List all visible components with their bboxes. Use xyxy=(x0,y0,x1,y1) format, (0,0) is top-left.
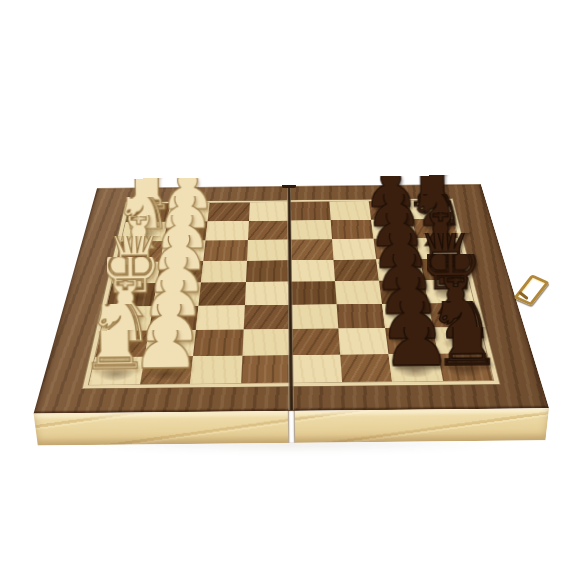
square-h3 xyxy=(190,355,242,383)
square-g7: ♟ xyxy=(385,327,437,353)
square-e3 xyxy=(199,282,246,305)
square-h8: ♜ xyxy=(437,353,493,381)
square-g3 xyxy=(193,329,243,355)
square-e8: ♚ xyxy=(424,280,474,303)
piece-base-shadow xyxy=(170,229,201,239)
square-e5 xyxy=(290,281,336,304)
square-h7: ♟ xyxy=(388,353,442,381)
square-c4 xyxy=(247,240,290,261)
piece-base-shadow xyxy=(393,337,430,350)
square-c2: ♟ xyxy=(160,241,205,262)
piece-base-shadow xyxy=(427,267,461,278)
piece-base-shadow xyxy=(446,363,485,377)
square-b1: ♞ xyxy=(122,222,167,242)
piece-base-shadow xyxy=(436,312,472,324)
square-e6 xyxy=(335,281,382,304)
square-c8: ♝ xyxy=(416,238,463,259)
piece-base-shadow xyxy=(416,207,447,216)
square-b4 xyxy=(248,220,290,240)
piece-base-shadow xyxy=(397,364,435,378)
square-g4 xyxy=(242,329,291,355)
square-a4 xyxy=(248,202,289,221)
square-g1: ♞ xyxy=(95,330,148,357)
square-e2: ♟ xyxy=(153,283,201,306)
square-d8: ♛ xyxy=(419,258,468,280)
square-f4 xyxy=(243,305,290,330)
piece-base-shadow xyxy=(167,248,199,258)
hinge-notch xyxy=(282,185,296,188)
square-d2: ♟ xyxy=(156,261,203,283)
square-b7: ♟ xyxy=(371,219,416,239)
square-g2: ♟ xyxy=(144,330,196,356)
square-g6 xyxy=(338,328,389,354)
square-f6 xyxy=(336,304,385,329)
square-f7: ♟ xyxy=(382,303,432,328)
square-b6 xyxy=(330,220,373,240)
piece-base-shadow xyxy=(114,292,149,303)
clasp-loop-icon xyxy=(513,274,549,306)
piece-base-shadow xyxy=(123,249,156,259)
square-a1: ♜ xyxy=(126,203,170,222)
square-c1: ♝ xyxy=(117,241,164,262)
brass-clasp xyxy=(514,268,550,312)
pine-box-side xyxy=(34,408,550,445)
square-d3 xyxy=(201,261,247,283)
square-h2: ♟ xyxy=(140,356,193,384)
square-h1: ♜ xyxy=(89,356,144,384)
square-a8: ♜ xyxy=(409,200,453,219)
piece-base-shadow xyxy=(423,246,456,256)
board-stage: ♜♟♟♜♞♟♟♞♝♟♟♝♛♟♟♛♚♟♟♚♝♟♟♝♞♟♟♞♜♟♟♜ xyxy=(70,62,510,502)
square-h5 xyxy=(291,354,342,382)
square-h4 xyxy=(241,355,291,383)
square-a3 xyxy=(208,203,250,222)
piece-base-shadow xyxy=(383,267,416,278)
square-e1: ♚ xyxy=(107,283,157,306)
square-f3 xyxy=(196,305,245,330)
square-d4 xyxy=(245,260,290,282)
square-a2: ♟ xyxy=(167,203,210,222)
piece-base-shadow xyxy=(432,289,467,300)
square-g8: ♞ xyxy=(432,327,486,353)
piece-base-shadow xyxy=(152,340,189,353)
piece-base-shadow xyxy=(390,312,426,324)
piece-base-shadow xyxy=(163,269,196,280)
square-b3 xyxy=(206,221,249,241)
square-a6 xyxy=(329,201,371,220)
piece-base-shadow xyxy=(108,315,144,327)
piece-base-shadow xyxy=(381,246,413,256)
piece-base-shadow xyxy=(375,208,406,217)
square-e4 xyxy=(244,282,290,305)
piece-base-shadow xyxy=(156,315,191,327)
square-f1: ♝ xyxy=(101,306,152,331)
piece-base-shadow xyxy=(132,210,163,219)
square-c7: ♟ xyxy=(374,238,420,259)
piece-base-shadow xyxy=(103,340,140,353)
square-a7: ♟ xyxy=(369,201,412,220)
product-photo-scene: ♜♟♟♜♞♟♟♞♝♟♟♝♛♟♟♛♚♟♟♚♝♟♟♝♞♟♟♞♜♟♟♜ xyxy=(0,0,580,580)
piece-base-shadow xyxy=(119,270,153,281)
square-c6 xyxy=(332,239,377,260)
box-side-seam xyxy=(288,411,295,443)
square-f8: ♝ xyxy=(428,303,480,328)
piece-base-shadow xyxy=(173,210,203,219)
piece-base-shadow xyxy=(419,226,451,236)
square-b2: ♟ xyxy=(164,221,208,241)
square-f2: ♟ xyxy=(149,306,199,331)
piece-base-shadow xyxy=(128,229,160,239)
square-d5 xyxy=(290,260,335,282)
square-b5 xyxy=(289,220,331,240)
piece-base-shadow xyxy=(97,367,136,381)
folding-chess-board: ♜♟♟♜♞♟♟♞♝♟♟♝♛♟♟♛♚♟♟♚♝♟♟♝♞♟♟♞♜♟♟♜ xyxy=(34,184,550,414)
square-h6 xyxy=(340,354,392,382)
piece-base-shadow xyxy=(441,337,479,350)
square-d1: ♛ xyxy=(112,261,160,283)
piece-base-shadow xyxy=(386,289,420,300)
square-g5 xyxy=(290,328,339,354)
square-c5 xyxy=(290,239,333,260)
square-c3 xyxy=(203,240,247,261)
piece-base-shadow xyxy=(147,367,185,381)
piece-base-shadow xyxy=(378,226,409,236)
square-e7: ♟ xyxy=(379,280,428,303)
square-a5 xyxy=(289,202,330,221)
square-b8: ♞ xyxy=(412,219,458,239)
square-d7: ♟ xyxy=(376,259,423,281)
piece-base-shadow xyxy=(159,291,193,302)
square-f5 xyxy=(290,304,338,329)
square-d6 xyxy=(333,259,379,281)
